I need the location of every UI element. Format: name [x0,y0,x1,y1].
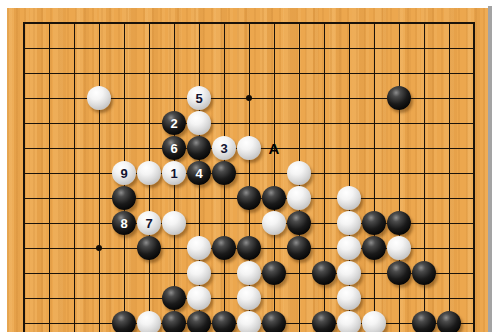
move-number: 2 [170,117,177,130]
grid-line-horizontal [23,173,475,174]
grid-line-vertical [374,22,375,332]
white-stone-move-1: 1 [162,161,186,185]
black-stone [287,236,311,260]
white-stone [287,161,311,185]
black-stone [362,211,386,235]
white-stone [337,286,361,310]
black-stone [262,261,286,285]
grid-line-horizontal [23,73,475,74]
black-stone-move-4: 4 [187,161,211,185]
black-stone [137,236,161,260]
white-stone [337,311,361,332]
white-stone [137,161,161,185]
white-stone [237,136,261,160]
white-stone [187,236,211,260]
black-stone [312,311,336,332]
black-stone [187,311,211,332]
black-stone [162,286,186,310]
move-number: 5 [195,92,202,105]
move-number: 8 [120,217,127,230]
grid-line-vertical [424,22,425,332]
black-stone [187,136,211,160]
black-stone [212,236,236,260]
white-stone [262,211,286,235]
black-stone-move-2: 2 [162,111,186,135]
move-number: 4 [195,167,202,180]
black-stone [362,236,386,260]
white-stone [337,236,361,260]
move-number: 3 [220,142,227,155]
black-stone [437,311,461,332]
point-label-text: A [269,140,280,157]
grid-line-horizontal [23,48,475,49]
white-stone [187,111,211,135]
move-number: 6 [170,142,177,155]
black-stone [112,186,136,210]
white-stone [237,261,261,285]
white-stone [362,311,386,332]
white-stone [87,86,111,110]
point-label-A[interactable]: A [265,139,283,157]
black-stone [412,261,436,285]
white-stone [187,261,211,285]
move-number: 7 [145,217,152,230]
white-stone [337,186,361,210]
white-stone-move-3: 3 [212,136,236,160]
black-stone [387,261,411,285]
grid-line-vertical [274,22,275,332]
black-stone [412,311,436,332]
white-stone [287,186,311,210]
black-stone [112,311,136,332]
black-stone [387,211,411,235]
black-stone [312,261,336,285]
grid-line-horizontal [23,123,475,124]
black-stone [262,186,286,210]
go-diagram-screenshot: 526391487A [0,0,500,332]
black-stone [162,311,186,332]
white-stone [237,311,261,332]
grid-line-vertical [23,22,25,332]
white-stone-move-5: 5 [187,86,211,110]
white-stone [387,236,411,260]
grid-line-vertical [99,22,100,332]
black-stone-move-8: 8 [112,211,136,235]
grid-line-horizontal [23,22,475,24]
grid-line-vertical [399,22,400,332]
white-stone-move-7: 7 [137,211,161,235]
white-stone [337,211,361,235]
star-point [96,245,102,251]
grid-line-vertical [324,22,325,332]
black-stone-move-6: 6 [162,136,186,160]
white-stone [337,261,361,285]
black-stone [212,311,236,332]
board-edge-shadow [488,6,492,332]
star-point [246,95,252,101]
grid-line-vertical [49,22,50,332]
white-stone-move-9: 9 [112,161,136,185]
white-stone [162,211,186,235]
move-number: 9 [120,167,127,180]
black-stone [237,236,261,260]
grid-line-vertical [74,22,75,332]
grid-line-vertical [473,22,475,332]
grid-line-vertical [449,22,450,332]
white-stone [187,286,211,310]
white-stone [237,286,261,310]
black-stone [287,211,311,235]
white-stone [137,311,161,332]
black-stone [387,86,411,110]
move-number: 1 [170,167,177,180]
black-stone [212,161,236,185]
black-stone [237,186,261,210]
black-stone [262,311,286,332]
